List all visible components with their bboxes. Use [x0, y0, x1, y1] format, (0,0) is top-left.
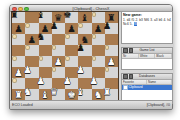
square-f1[interactable]: ♝	[78, 89, 83, 94]
square-f8[interactable]: ♝	[78, 12, 91, 23]
game-list-body[interactable]	[122, 59, 172, 69]
square-g5[interactable]	[92, 45, 105, 56]
black-bishop: ♝	[81, 12, 90, 23]
side-panels: New game: 1. d4 f5 2. b3 Nf6 3. a3 b6 4.…	[121, 11, 173, 104]
black-pawn: ♟	[76, 42, 85, 53]
white-rook: ♜	[103, 86, 112, 97]
square-d4[interactable]: ♟	[52, 56, 65, 67]
column-nr[interactable]: Nr	[122, 54, 139, 58]
square-b3[interactable]: ♟	[25, 67, 30, 72]
square-g2[interactable]: ♟	[92, 78, 97, 83]
white-pawn: ♟	[23, 64, 32, 75]
open-database-icon[interactable]	[123, 74, 128, 79]
column-favorite[interactable]: Favorite	[122, 80, 147, 84]
white-pawn: ♟	[76, 64, 85, 75]
black-bishop: ♝	[37, 9, 46, 20]
square-c2[interactable]: ♟	[39, 78, 44, 83]
white-pawn: ♟	[54, 56, 63, 67]
white-bishop: ♝	[76, 86, 85, 97]
square-h1[interactable]: ♜	[105, 89, 110, 94]
square-a6[interactable]	[12, 34, 17, 39]
database-name: Clipboard	[129, 85, 143, 90]
square-a4[interactable]	[12, 56, 17, 61]
black-rook: ♜	[10, 9, 19, 20]
move-list[interactable]: 1. d4 f5 2. b3 Nf6 3. a3 b6 4. h4 Nc6 5.…	[123, 18, 171, 26]
square-a5[interactable]	[12, 45, 25, 56]
filter-icon[interactable]	[123, 48, 128, 53]
status-bar: ECO Loaded [Clipboard], #0	[10, 100, 172, 109]
column-name[interactable]: Name	[147, 80, 172, 84]
square-h3[interactable]	[105, 67, 110, 72]
square-e2[interactable]: ♟	[65, 78, 70, 83]
square-h4[interactable]: ♟	[105, 56, 118, 67]
square-g6[interactable]	[92, 34, 97, 39]
white-rook: ♜	[14, 89, 23, 100]
white-pawn: ♟	[90, 75, 99, 86]
square-g4[interactable]	[92, 56, 97, 61]
black-pawn: ♟	[14, 23, 23, 34]
white-pawn: ♟	[14, 67, 23, 78]
square-h7[interactable]: ♟	[105, 23, 110, 28]
white-bishop: ♝	[41, 89, 50, 100]
square-d1[interactable]: ♛	[52, 89, 57, 94]
status-right: [Clipboard], #0	[147, 101, 170, 110]
square-a2[interactable]	[12, 78, 17, 83]
column-black[interactable]: Black	[155, 54, 172, 58]
moves-text[interactable]: 1. d4 f5 2. b3 Nf6 3. a3 b6 4. h4 Nc6 5.	[123, 18, 171, 26]
chess-board[interactable]: ♜♝♛♚♝♜♟♟♟♟♟♟♟♞♞♟♟♟♟♟♟♟♟♟♜♞♝♛♚♝♞♜	[11, 11, 119, 101]
black-pawn: ♟	[94, 23, 103, 34]
square-e6[interactable]	[65, 34, 70, 39]
square-c8[interactable]: ♝	[39, 12, 44, 17]
status-left: ECO Loaded	[12, 101, 33, 110]
square-e8[interactable]: ♚	[65, 12, 70, 17]
black-pawn: ♟	[28, 34, 37, 45]
white-pawn: ♟	[63, 75, 72, 86]
square-h6[interactable]	[105, 34, 118, 45]
square-f3[interactable]: ♟	[78, 67, 83, 72]
databases-toolbar: Databases	[122, 74, 172, 80]
square-h5[interactable]	[105, 45, 110, 50]
square-e7[interactable]: ♟	[65, 23, 78, 34]
game-list-panel: Game List Nr White Black	[121, 47, 173, 70]
white-queen: ♛	[50, 86, 59, 97]
square-b5[interactable]	[25, 45, 30, 50]
black-pawn: ♟	[103, 20, 112, 31]
white-pawn: ♟	[37, 75, 46, 86]
square-a8[interactable]: ♜	[12, 12, 17, 17]
square-d5[interactable]	[52, 45, 57, 50]
square-c5[interactable]	[39, 45, 52, 56]
app-window: [Clipboard] - ChessX ♜♝♛♚♝♜♟♟♟♟♟♟♟♞♞♟♟♟♟…	[9, 4, 173, 110]
black-pawn: ♟	[50, 20, 59, 31]
white-pawn: ♟	[107, 56, 116, 67]
black-knight: ♞	[37, 31, 46, 42]
current-move[interactable]: f3	[134, 22, 138, 26]
game-info-panel[interactable]: New game: 1. d4 f5 2. b3 Nf6 3. a3 b6 4.…	[121, 11, 173, 44]
square-f5[interactable]: ♟	[78, 45, 83, 50]
square-b1[interactable]: ♞	[25, 89, 30, 94]
square-c6[interactable]: ♞	[39, 34, 44, 39]
square-g8[interactable]	[92, 12, 97, 17]
square-e4[interactable]	[65, 56, 70, 61]
square-a7[interactable]: ♟	[12, 23, 25, 34]
search-icon[interactable]	[129, 48, 134, 53]
database-icon	[123, 85, 128, 90]
square-f7[interactable]	[78, 23, 83, 28]
square-d6[interactable]	[52, 34, 65, 45]
square-b7[interactable]	[25, 23, 30, 28]
black-king: ♚	[63, 9, 72, 20]
white-knight: ♞	[94, 89, 103, 100]
square-d7[interactable]: ♟	[52, 23, 57, 28]
database-row-clipboard[interactable]: Clipboard	[122, 85, 172, 90]
new-database-icon[interactable]	[129, 74, 134, 79]
white-king: ♚	[67, 89, 76, 100]
black-pawn: ♟	[67, 23, 76, 34]
game-list-toolbar: Game List	[122, 48, 172, 54]
square-c4[interactable]	[39, 56, 44, 61]
column-white[interactable]: White	[139, 54, 156, 58]
square-d3[interactable]	[52, 67, 57, 72]
window-title: [Clipboard] - ChessX	[10, 6, 172, 11]
white-knight: ♞	[23, 86, 32, 97]
